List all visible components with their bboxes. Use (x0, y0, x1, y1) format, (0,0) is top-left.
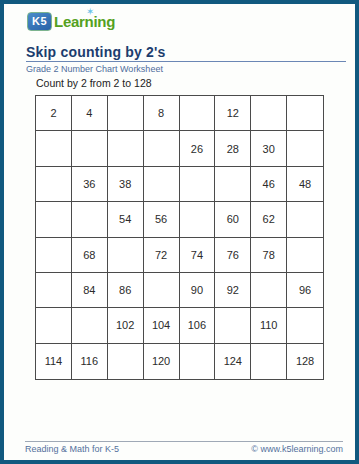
grid-cell-r6c2: 84 (72, 273, 108, 308)
grid-cell-r5c3[interactable] (108, 238, 144, 273)
grid-cell-r6c4[interactable] (144, 273, 180, 308)
grid-cell-r3c8: 48 (287, 167, 323, 202)
k5learning-logo: K5Learning ✶ (27, 12, 115, 34)
grid-cell-r2c3[interactable] (108, 131, 144, 166)
k5-logo-text: Learning (54, 13, 115, 30)
footer-left-text: Reading & Math for K-5 (25, 444, 119, 454)
grid-cell-r1c4: 8 (144, 96, 180, 131)
grid-cell-r7c8[interactable] (287, 308, 323, 343)
grid-cell-r5c7: 78 (251, 238, 287, 273)
grid-cell-r5c8[interactable] (287, 238, 323, 273)
grid-cell-r4c3: 54 (108, 202, 144, 237)
grid-cell-r1c3[interactable] (108, 96, 144, 131)
grid-cell-r7c5: 106 (180, 308, 216, 343)
grid-cell-r3c2: 36 (72, 167, 108, 202)
grid-cell-r3c7: 46 (251, 167, 287, 202)
grid-cell-r7c2[interactable] (72, 308, 108, 343)
grid-cell-r3c5[interactable] (180, 167, 216, 202)
grid-cell-r2c5: 26 (180, 131, 216, 166)
grid-cell-r7c6[interactable] (215, 308, 251, 343)
footer-right-text: © www.k5learning.com (251, 444, 343, 454)
grid-cell-r8c8: 128 (287, 344, 323, 379)
grid-cell-r5c1[interactable] (36, 238, 72, 273)
grid-cell-r6c3: 86 (108, 273, 144, 308)
footer-divider (25, 441, 343, 442)
footer: Reading & Math for K-5 © www.k5learning.… (25, 444, 343, 454)
grid-cell-r8c6: 124 (215, 344, 251, 379)
grid-cell-r5c2: 68 (72, 238, 108, 273)
grid-cell-r8c3[interactable] (108, 344, 144, 379)
grid-cell-r2c1[interactable] (36, 131, 72, 166)
grid-cell-r5c4: 72 (144, 238, 180, 273)
k5-logo-badge: K5 (27, 12, 52, 31)
grid-cell-r7c3: 102 (108, 308, 144, 343)
grid-cell-r6c1[interactable] (36, 273, 72, 308)
worksheet-subtitle: Grade 2 Number Chart Worksheet (26, 64, 163, 74)
grid-cell-r8c7[interactable] (251, 344, 287, 379)
grid-cell-r4c6: 60 (215, 202, 251, 237)
grid-cell-r6c6: 92 (215, 273, 251, 308)
grid-cell-r8c2: 116 (72, 344, 108, 379)
grid-cell-r6c5: 90 (180, 273, 216, 308)
grid-cell-r4c8[interactable] (287, 202, 323, 237)
title-divider (26, 61, 346, 62)
grid-cell-r2c7: 30 (251, 131, 287, 166)
grid-cell-r8c4: 120 (144, 344, 180, 379)
grid-cell-r1c8[interactable] (287, 96, 323, 131)
grid-cell-r8c1: 114 (36, 344, 72, 379)
grid-cell-r5c6: 76 (215, 238, 251, 273)
worksheet-page: K5Learning ✶ Skip counting by 2's Grade … (0, 0, 359, 464)
grid-cell-r8c5[interactable] (180, 344, 216, 379)
instruction-text: Count by 2 from 2 to 128 (36, 77, 152, 89)
grid-cell-r3c1[interactable] (36, 167, 72, 202)
grid-cell-r2c2[interactable] (72, 131, 108, 166)
grid-cell-r1c2: 4 (72, 96, 108, 131)
grid-cell-r6c7[interactable] (251, 273, 287, 308)
grid-cell-r1c6: 12 (215, 96, 251, 131)
grid-cell-r7c1[interactable] (36, 308, 72, 343)
grid-cell-r7c4: 104 (144, 308, 180, 343)
grid-cell-r1c1: 2 (36, 96, 72, 131)
grid-cell-r6c8: 96 (287, 273, 323, 308)
sparkle-icon: ✶ (86, 6, 94, 17)
grid-cell-r3c3: 38 (108, 167, 144, 202)
grid-cell-r5c5: 74 (180, 238, 216, 273)
grid-cell-r1c7[interactable] (251, 96, 287, 131)
grid-cell-r7c7: 110 (251, 308, 287, 343)
grid-cell-r4c1[interactable] (36, 202, 72, 237)
number-chart-grid: 2481226283036384648545660626872747678848… (35, 95, 324, 380)
grid-cell-r3c4[interactable] (144, 167, 180, 202)
grid-cell-r2c4[interactable] (144, 131, 180, 166)
grid-cell-r2c6: 28 (215, 131, 251, 166)
grid-cell-r4c7: 62 (251, 202, 287, 237)
worksheet-title: Skip counting by 2's (26, 44, 166, 60)
grid-cell-r1c5[interactable] (180, 96, 216, 131)
grid-cell-r4c5[interactable] (180, 202, 216, 237)
grid-cell-r4c2[interactable] (72, 202, 108, 237)
grid-cell-r4c4: 56 (144, 202, 180, 237)
grid-cell-r3c6[interactable] (215, 167, 251, 202)
grid-cell-r2c8[interactable] (287, 131, 323, 166)
